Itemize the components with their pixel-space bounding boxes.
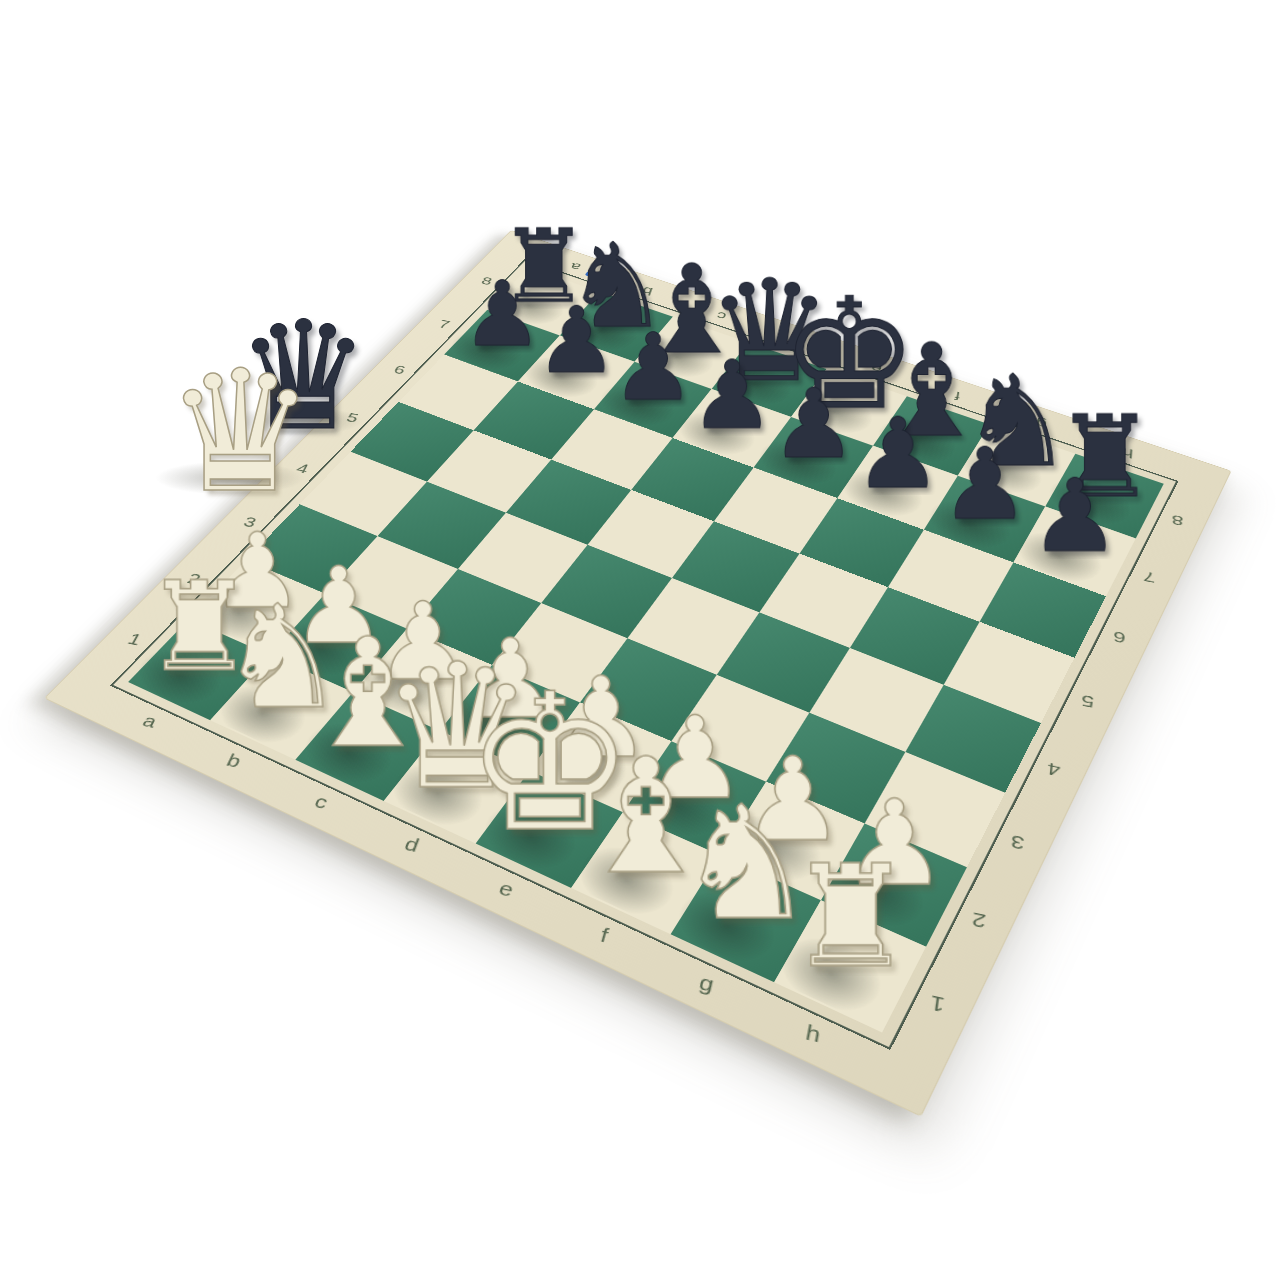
rank-label-right-2: 2 xyxy=(971,908,988,933)
spare-white-queen[interactable]: ♛ xyxy=(165,348,316,516)
rank-label-right-5: 5 xyxy=(1081,691,1095,712)
square-h1[interactable]: ♜ xyxy=(774,900,926,1032)
rank-label-right-1: 1 xyxy=(929,990,947,1017)
file-label-bottom-c: c xyxy=(311,791,331,814)
file-label-bottom-h: h xyxy=(804,1020,823,1048)
rank-label-right-3: 3 xyxy=(1010,831,1026,855)
file-label-bottom-e: e xyxy=(496,877,516,902)
file-label-bottom-g: g xyxy=(697,970,716,997)
scene: e ♜♞♝♛♚♝♞♜♟♟♟♟♟♟♟♟♟♟♟♟♟♟♟♟♜♞♝♛♚♝♞♜ aabbc… xyxy=(0,0,1280,1280)
rank-label-left-1: 1 xyxy=(124,630,145,650)
rank-label-right-4: 4 xyxy=(1046,758,1061,780)
square-e5[interactable] xyxy=(672,521,800,612)
file-label-bottom-a: a xyxy=(139,711,161,732)
file-label-bottom-d: d xyxy=(402,833,423,857)
rank-label-right-8: 8 xyxy=(1171,512,1183,529)
rank-label-right-6: 6 xyxy=(1113,628,1127,648)
rank-label-left-7: 7 xyxy=(437,317,453,331)
rank-label-left-6: 6 xyxy=(391,362,407,377)
file-label-bottom-f: f xyxy=(598,923,611,947)
file-label-bottom-b: b xyxy=(223,750,244,772)
rank-label-right-7: 7 xyxy=(1143,568,1156,586)
